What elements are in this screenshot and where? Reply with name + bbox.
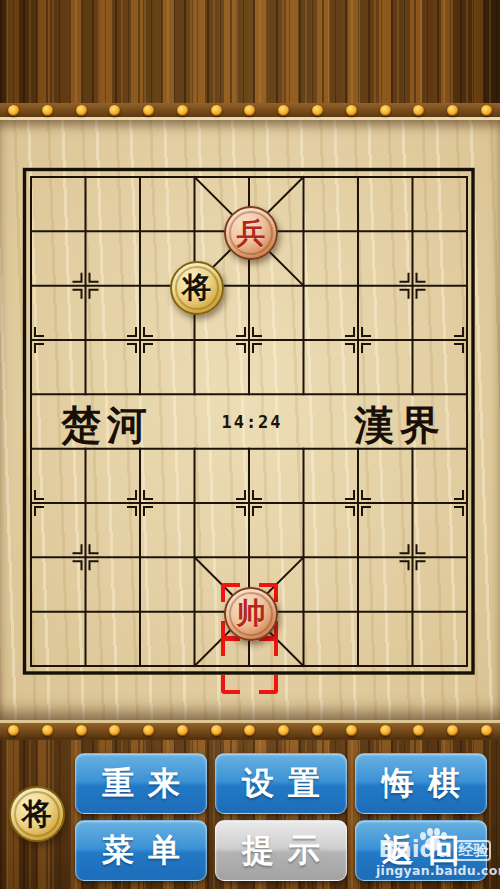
- rivet: [211, 725, 222, 736]
- rivet: [8, 725, 19, 736]
- red-piece-兵[interactable]: 兵: [224, 206, 278, 260]
- back-button[interactable]: 返回: [355, 820, 487, 881]
- turn-indicator-glyph: 将: [22, 799, 52, 829]
- rivet: [278, 725, 289, 736]
- rivet: [76, 725, 87, 736]
- rivet: [42, 725, 53, 736]
- rivet: [211, 105, 222, 116]
- red-piece-帅[interactable]: 帅: [224, 587, 278, 641]
- rivet: [346, 105, 357, 116]
- rivet: [8, 105, 19, 116]
- rivet: [380, 105, 391, 116]
- rivet: [244, 105, 255, 116]
- top-rivet-bar: [0, 103, 500, 120]
- rivet: [42, 105, 53, 116]
- restart-button[interactable]: 重来: [75, 753, 207, 814]
- settings-button[interactable]: 设置: [215, 753, 347, 814]
- rivet: [109, 105, 120, 116]
- rivet: [380, 725, 391, 736]
- piece-glyph: 将: [182, 273, 211, 302]
- selection-marker: [221, 637, 278, 694]
- piece-glyph: 兵: [237, 219, 266, 248]
- river-label-right: 漢界: [345, 398, 455, 453]
- turn-indicator-piece: 将: [9, 786, 65, 842]
- rivet: [312, 105, 323, 116]
- rivet: [76, 105, 87, 116]
- rivet: [312, 725, 323, 736]
- xiangqi-app: { "game": { "name": "xiangqi", "position…: [0, 0, 500, 889]
- rivet: [481, 725, 492, 736]
- rivet: [143, 105, 154, 116]
- rivet: [244, 725, 255, 736]
- rivet: [109, 725, 120, 736]
- rivet: [447, 105, 458, 116]
- game-timer: 14:24: [197, 412, 307, 432]
- hint-button[interactable]: 提示: [215, 820, 347, 881]
- rivet: [143, 725, 154, 736]
- black-piece-将[interactable]: 将: [170, 261, 224, 315]
- rivet: [413, 725, 424, 736]
- undo-button[interactable]: 悔棋: [355, 753, 487, 814]
- rivet: [447, 725, 458, 736]
- rivet: [481, 105, 492, 116]
- rivet: [413, 105, 424, 116]
- river-label-left: 楚河: [52, 398, 162, 453]
- rivet: [346, 725, 357, 736]
- menu-button[interactable]: 菜单: [75, 820, 207, 881]
- piece-glyph: 帅: [237, 599, 266, 628]
- rivet: [177, 105, 188, 116]
- bottom-rivet-bar: [0, 720, 500, 737]
- rivet: [177, 725, 188, 736]
- rivet: [278, 105, 289, 116]
